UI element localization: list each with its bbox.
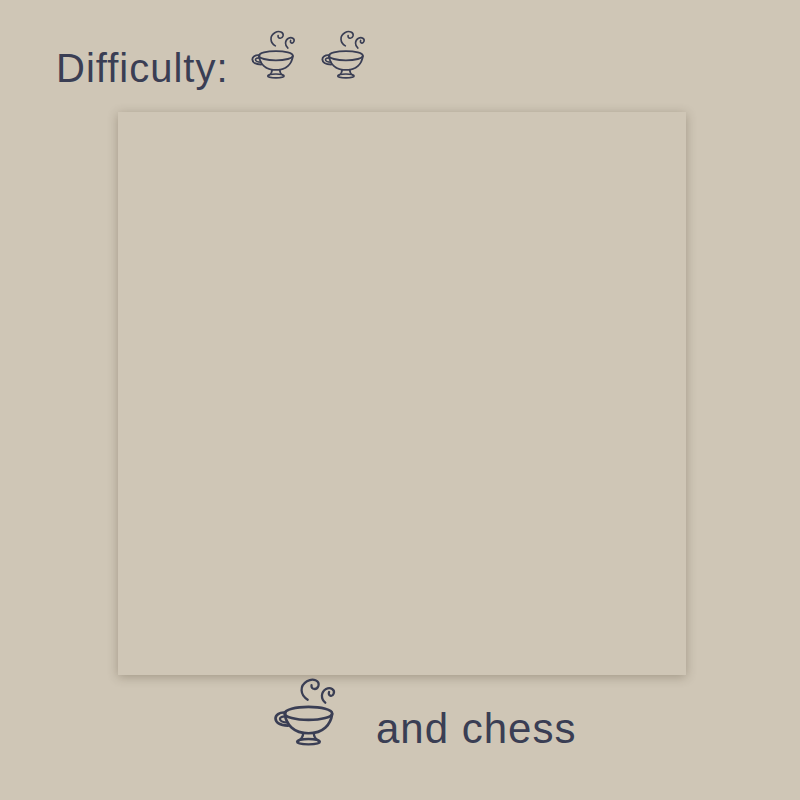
coffee-cup-icon [317, 26, 377, 92]
coffee-cup-icon [247, 26, 307, 92]
coffee-cup-icon [268, 672, 352, 764]
caption-row: and chess [268, 672, 576, 764]
difficulty-label: Difficulty: [56, 48, 229, 92]
caption-text: and chess [376, 708, 576, 764]
difficulty-row: Difficulty: [56, 24, 377, 92]
difficulty-cups [247, 26, 377, 92]
puzzle-card: Difficulty: and chess [0, 0, 800, 800]
chess-board [118, 112, 686, 675]
